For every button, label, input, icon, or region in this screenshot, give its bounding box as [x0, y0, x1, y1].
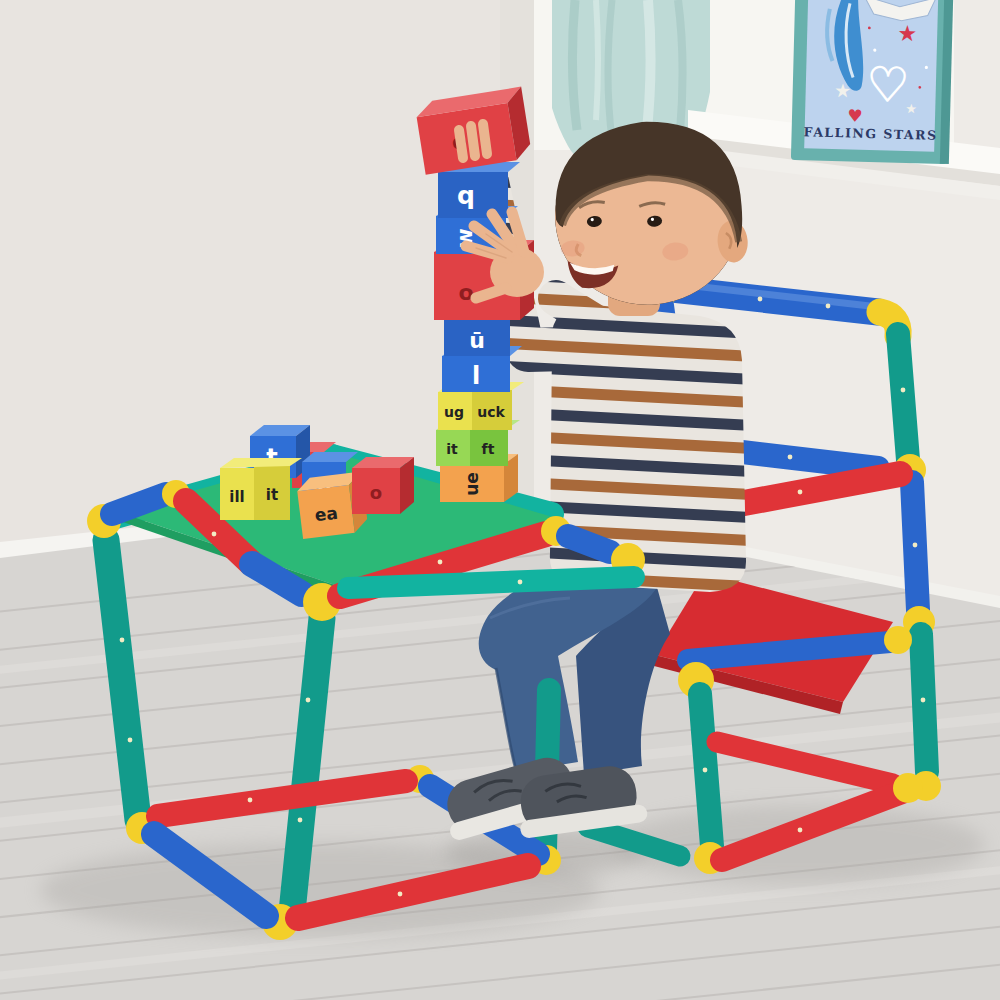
svg-text:it: it: [266, 486, 278, 504]
svg-text:l: l: [472, 362, 480, 390]
svg-text:uck: uck: [477, 404, 505, 420]
playroom-photo: ★ ★ ♥ ★ ♥ FALLING STARS: [0, 0, 1000, 1000]
red-star-icon: ★: [897, 21, 917, 47]
heart-outline-icon: ♥: [867, 57, 910, 112]
svg-text:o: o: [370, 482, 382, 503]
svg-text:o: o: [458, 280, 473, 305]
red-heart-icon: ♥: [847, 105, 863, 125]
svg-text:q: q: [457, 181, 475, 210]
boy-right-fingers: [459, 124, 487, 158]
svg-text:ug: ug: [444, 404, 464, 420]
svg-text:it: it: [446, 441, 458, 457]
svg-text:ft: ft: [482, 441, 495, 457]
white-star-icon: ★: [834, 79, 852, 101]
chair-right-post-green: [898, 334, 908, 460]
table-chair-top-bridge: [348, 577, 634, 588]
table-right-corner-blue: [568, 536, 610, 552]
svg-text:ill: ill: [229, 488, 244, 506]
block-red-o: o: [352, 457, 414, 514]
block-yellow-ill-it: ill it: [220, 458, 302, 520]
chair-right-rear-leg: [921, 634, 927, 772]
svg-text:ue: ue: [462, 472, 482, 496]
picture-frame: ★ ★ ♥ ★ ♥ FALLING STARS: [791, 0, 954, 164]
svg-text:ea: ea: [314, 503, 339, 526]
svg-text:ū: ū: [469, 328, 485, 353]
small-star-icon: ★: [905, 101, 917, 116]
scene-svg: ★ ★ ♥ ★ ♥ FALLING STARS: [0, 0, 1000, 1000]
